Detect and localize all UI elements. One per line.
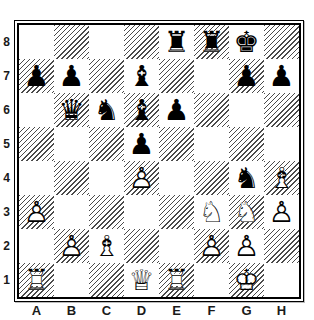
piece-glyph: ♗: [269, 161, 295, 195]
piece-white-knight: ♞♘: [229, 195, 264, 229]
square-e8[interactable]: ♜♜: [159, 25, 194, 59]
file-label-e: E: [159, 303, 194, 318]
square-a8[interactable]: [19, 25, 54, 59]
piece-white-queen: ♛♕: [124, 263, 159, 297]
rank-label-1: 1: [0, 263, 13, 297]
piece-black-king: ♚♚: [229, 25, 264, 59]
file-label-a: A: [19, 303, 54, 318]
square-g3[interactable]: ♞♘: [229, 195, 264, 229]
piece-white-bishop: ♝♗: [89, 229, 124, 263]
piece-glyph: ♝: [129, 59, 155, 93]
file-label-h: H: [264, 303, 299, 318]
square-b5[interactable]: [54, 127, 89, 161]
piece-black-rook: ♜♜: [159, 25, 194, 59]
square-h4[interactable]: ♝♗: [264, 161, 299, 195]
square-b2[interactable]: ♟♙: [54, 229, 89, 263]
piece-glyph: ♘: [199, 195, 225, 229]
piece-glyph: ♟: [59, 59, 85, 93]
file-label-f: F: [194, 303, 229, 318]
piece-black-knight: ♞♞: [229, 161, 264, 195]
file-label-g: G: [229, 303, 264, 318]
piece-black-pawn: ♟♟: [159, 93, 194, 127]
square-d4[interactable]: ♟♙: [124, 161, 159, 195]
chess-board: ♜♜♜♜♚♚♟♟♟♟♝♝♟♟♟♟♛♛♞♞♝♝♟♟♟♟♟♙♞♞♝♗♟♙♞♘♞♘♟♙…: [19, 25, 299, 297]
square-d8[interactable]: [124, 25, 159, 59]
square-h2[interactable]: [264, 229, 299, 263]
file-label-c: C: [89, 303, 124, 318]
piece-glyph: ♟: [129, 127, 155, 161]
rank-label-8: 8: [0, 25, 13, 59]
rank-label-6: 6: [0, 93, 13, 127]
file-labels: ABCDEFGH: [19, 303, 299, 318]
square-e7[interactable]: [159, 59, 194, 93]
piece-glyph: ♗: [94, 229, 120, 263]
piece-white-pawn: ♟♙: [54, 229, 89, 263]
piece-glyph: ♖: [24, 263, 50, 297]
piece-black-pawn: ♟♟: [124, 127, 159, 161]
square-c6[interactable]: ♞♞: [89, 93, 124, 127]
square-a3[interactable]: ♟♙: [19, 195, 54, 229]
piece-glyph: ♚: [234, 25, 260, 59]
square-f2[interactable]: ♟♙: [194, 229, 229, 263]
square-f7[interactable]: [194, 59, 229, 93]
piece-white-pawn: ♟♙: [124, 161, 159, 195]
square-f1[interactable]: [194, 263, 229, 297]
square-h6[interactable]: [264, 93, 299, 127]
piece-white-pawn: ♟♙: [194, 229, 229, 263]
piece-glyph: ♛: [59, 93, 85, 127]
square-e2[interactable]: [159, 229, 194, 263]
square-g8[interactable]: ♚♚: [229, 25, 264, 59]
piece-glyph: ♟: [164, 93, 190, 127]
square-h5[interactable]: [264, 127, 299, 161]
square-b8[interactable]: [54, 25, 89, 59]
piece-glyph: ♙: [129, 161, 155, 195]
square-a2[interactable]: [19, 229, 54, 263]
piece-white-bishop: ♝♗: [264, 161, 299, 195]
square-a6[interactable]: [19, 93, 54, 127]
square-e1[interactable]: ♜♖: [159, 263, 194, 297]
piece-white-king: ♚♔: [229, 263, 264, 297]
square-c7[interactable]: [89, 59, 124, 93]
rank-labels: 87654321: [0, 25, 13, 297]
square-d3[interactable]: [124, 195, 159, 229]
square-a5[interactable]: [19, 127, 54, 161]
square-a1[interactable]: ♜♖: [19, 263, 54, 297]
square-d5[interactable]: ♟♟: [124, 127, 159, 161]
square-b4[interactable]: [54, 161, 89, 195]
board-inner: ♜♜♜♜♚♚♟♟♟♟♝♝♟♟♟♟♛♛♞♞♝♝♟♟♟♟♟♙♞♞♝♗♟♙♞♘♞♘♟♙…: [17, 23, 301, 299]
piece-glyph: ♕: [129, 263, 155, 297]
piece-glyph: ♔: [234, 263, 260, 297]
square-g2[interactable]: ♟♙: [229, 229, 264, 263]
square-g4[interactable]: ♞♞: [229, 161, 264, 195]
piece-glyph: ♞: [234, 161, 260, 195]
piece-white-pawn: ♟♙: [19, 195, 54, 229]
piece-glyph: ♟: [269, 59, 295, 93]
piece-glyph: ♟: [234, 59, 260, 93]
piece-black-pawn: ♟♟: [19, 59, 54, 93]
piece-black-bishop: ♝♝: [124, 59, 159, 93]
file-label-d: D: [124, 303, 159, 318]
piece-glyph: ♜: [164, 25, 190, 59]
piece-white-rook: ♜♖: [159, 263, 194, 297]
square-g7[interactable]: ♟♟: [229, 59, 264, 93]
piece-glyph: ♙: [269, 195, 295, 229]
square-f3[interactable]: ♞♘: [194, 195, 229, 229]
piece-glyph: ♙: [24, 195, 50, 229]
square-b3[interactable]: [54, 195, 89, 229]
rank-label-4: 4: [0, 161, 13, 195]
piece-white-pawn: ♟♙: [229, 229, 264, 263]
square-f4[interactable]: [194, 161, 229, 195]
square-e3[interactable]: [159, 195, 194, 229]
piece-black-pawn: ♟♟: [54, 59, 89, 93]
piece-glyph: ♙: [199, 229, 225, 263]
chess-diagram: 87654321 ♜♜♜♜♚♚♟♟♟♟♝♝♟♟♟♟♛♛♞♞♝♝♟♟♟♟♟♙♞♞♝…: [0, 0, 314, 320]
square-b7[interactable]: ♟♟: [54, 59, 89, 93]
square-f5[interactable]: [194, 127, 229, 161]
piece-glyph: ♞: [94, 93, 120, 127]
piece-white-knight: ♞♘: [194, 195, 229, 229]
square-g5[interactable]: [229, 127, 264, 161]
piece-glyph: ♜: [199, 25, 225, 59]
square-c3[interactable]: [89, 195, 124, 229]
piece-glyph: ♙: [59, 229, 85, 263]
board-frame: ♜♜♜♜♚♚♟♟♟♟♝♝♟♟♟♟♛♛♞♞♝♝♟♟♟♟♟♙♞♞♝♗♟♙♞♘♞♘♟♙…: [14, 20, 304, 302]
piece-white-rook: ♜♖: [19, 263, 54, 297]
square-a7[interactable]: ♟♟: [19, 59, 54, 93]
square-h1[interactable]: [264, 263, 299, 297]
piece-glyph: ♙: [234, 229, 260, 263]
square-b1[interactable]: [54, 263, 89, 297]
piece-black-bishop: ♝♝: [124, 93, 159, 127]
piece-glyph: ♖: [164, 263, 190, 297]
square-e4[interactable]: [159, 161, 194, 195]
square-g6[interactable]: [229, 93, 264, 127]
piece-black-pawn: ♟♟: [264, 59, 299, 93]
rank-label-5: 5: [0, 127, 13, 161]
square-g1[interactable]: ♚♔: [229, 263, 264, 297]
rank-label-7: 7: [0, 59, 13, 93]
square-f8[interactable]: ♜♜: [194, 25, 229, 59]
square-h8[interactable]: [264, 25, 299, 59]
square-e6[interactable]: ♟♟: [159, 93, 194, 127]
square-b6[interactable]: ♛♛: [54, 93, 89, 127]
square-c8[interactable]: [89, 25, 124, 59]
square-c4[interactable]: [89, 161, 124, 195]
square-d7[interactable]: ♝♝: [124, 59, 159, 93]
rank-label-3: 3: [0, 195, 13, 229]
square-e5[interactable]: [159, 127, 194, 161]
piece-black-pawn: ♟♟: [229, 59, 264, 93]
piece-glyph: ♘: [234, 195, 260, 229]
piece-black-knight: ♞♞: [89, 93, 124, 127]
square-c1[interactable]: [89, 263, 124, 297]
square-d6[interactable]: ♝♝: [124, 93, 159, 127]
piece-glyph: ♟: [24, 59, 50, 93]
square-c5[interactable]: [89, 127, 124, 161]
piece-black-queen: ♛♛: [54, 93, 89, 127]
piece-white-pawn: ♟♙: [264, 195, 299, 229]
piece-black-rook: ♜♜: [194, 25, 229, 59]
square-h7[interactable]: ♟♟: [264, 59, 299, 93]
square-a4[interactable]: [19, 161, 54, 195]
square-c2[interactable]: ♝♗: [89, 229, 124, 263]
square-d1[interactable]: ♛♕: [124, 263, 159, 297]
rank-label-2: 2: [0, 229, 13, 263]
file-label-b: B: [54, 303, 89, 318]
square-f6[interactable]: [194, 93, 229, 127]
square-h3[interactable]: ♟♙: [264, 195, 299, 229]
piece-glyph: ♝: [129, 93, 155, 127]
square-d2[interactable]: [124, 229, 159, 263]
